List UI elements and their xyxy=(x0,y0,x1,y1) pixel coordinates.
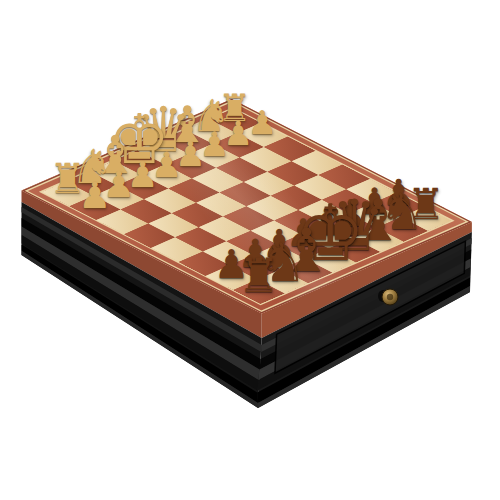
piece-black-rook-h8[interactable]: ♜ xyxy=(238,252,280,299)
product-photo-chess-set: ♜♞♝♛♚♝♞♜♟♟♟♟♟♟♟♟♟♟♟♟♟♟♟♟♜♞♝♛♚♝♞♜ xyxy=(0,0,500,500)
piece-white-pawn-h2[interactable]: ♟ xyxy=(79,177,112,213)
